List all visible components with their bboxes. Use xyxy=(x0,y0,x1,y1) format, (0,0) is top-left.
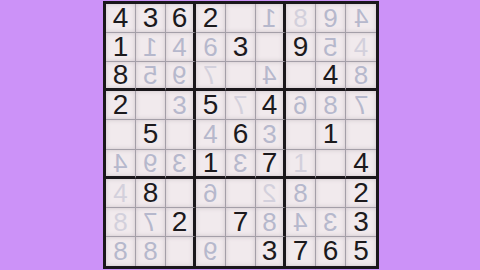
given-digit: 6 xyxy=(172,4,188,32)
cell-r9c3[interactable] xyxy=(166,237,196,266)
cell-r4c1[interactable]: 2 xyxy=(106,91,136,120)
ghost-bleedthrough-digit: 5 xyxy=(323,34,337,60)
cell-r7c7[interactable]: 8 xyxy=(286,179,316,208)
given-digit: 3 xyxy=(353,208,369,236)
ghost-bleedthrough-digit: 4 xyxy=(354,5,368,31)
cell-r5c8[interactable]: 1 xyxy=(316,120,346,149)
given-digit: 1 xyxy=(203,150,219,177)
ghost-bleedthrough-digit: 4 xyxy=(262,62,276,88)
given-digit: 1 xyxy=(113,33,129,61)
given-digit: 6 xyxy=(323,237,339,265)
cell-r4c8[interactable]: 8 xyxy=(316,91,346,120)
given-digit: 8 xyxy=(113,62,129,89)
cell-r3c4[interactable]: 7 xyxy=(196,62,226,91)
cell-r8c8[interactable]: 3 xyxy=(316,208,346,237)
ghost-bleedthrough-digit: 8 xyxy=(262,209,276,235)
ghost-bleedthrough-digit: 9 xyxy=(323,5,337,31)
ghost-bleedthrough-digit: 6 xyxy=(203,180,217,206)
cell-r6c6[interactable]: 7 xyxy=(256,150,286,179)
ghost-bleedthrough-digit: 5 xyxy=(143,62,157,88)
cell-r1c4[interactable]: 2 xyxy=(196,4,226,33)
cell-r6c4[interactable]: 1 xyxy=(196,150,226,179)
cell-r9c4[interactable]: 9 xyxy=(196,237,226,266)
cell-r5c3[interactable] xyxy=(166,120,196,149)
cell-r1c7[interactable]: 8 xyxy=(286,4,316,33)
ghost-bleedthrough-digit: 3 xyxy=(323,209,337,235)
ghost-bleedthrough-digit: 1 xyxy=(293,150,307,176)
cell-r6c9[interactable]: 4 xyxy=(346,150,376,179)
given-digit: 3 xyxy=(262,237,278,265)
ghost-bleedthrough-digit: 4 xyxy=(172,34,186,60)
cell-r4c4[interactable]: 5 xyxy=(196,91,226,120)
given-digit: 4 xyxy=(262,91,278,119)
cell-r1c3[interactable]: 6 xyxy=(166,4,196,33)
given-digit: 5 xyxy=(353,237,369,265)
ghost-bleedthrough-digit: 6 xyxy=(293,92,307,118)
ghost-bleedthrough-digit: 7 xyxy=(143,209,157,235)
ghost-bleedthrough-digit: 9 xyxy=(203,238,217,264)
cell-r2c2[interactable]: 1 xyxy=(136,33,166,62)
cell-r7c8[interactable] xyxy=(316,179,346,208)
cell-r2c8[interactable]: 5 xyxy=(316,33,346,62)
cell-r1c2[interactable]: 3 xyxy=(136,4,166,33)
background: 4362189411463954859744823574687546314931… xyxy=(0,0,480,270)
cell-r8c7[interactable]: 4 xyxy=(286,208,316,237)
cell-r9c2[interactable]: 8 xyxy=(136,237,166,266)
ghost-bleedthrough-digit: 8 xyxy=(293,5,307,31)
cell-r4c3[interactable]: 3 xyxy=(166,91,196,120)
ghost-bleedthrough-digit: 4 xyxy=(293,209,307,235)
given-digit: 7 xyxy=(293,237,309,265)
cell-r7c2[interactable]: 8 xyxy=(136,179,166,208)
ghost-bleedthrough-digit: 4 xyxy=(203,121,217,147)
cell-r8c9[interactable]: 3 xyxy=(346,208,376,237)
given-digit: 1 xyxy=(323,120,339,148)
cell-r1c8[interactable]: 9 xyxy=(316,4,346,33)
given-digit: 5 xyxy=(203,91,219,119)
cell-r3c8[interactable]: 4 xyxy=(316,62,346,91)
cell-r4c7[interactable]: 6 xyxy=(286,91,316,120)
cell-r2c9[interactable]: 4 xyxy=(346,33,376,62)
cell-r5c4[interactable]: 4 xyxy=(196,120,226,149)
cell-r2c5[interactable]: 3 xyxy=(226,33,256,62)
cell-r8c3[interactable]: 2 xyxy=(166,208,196,237)
cell-r9c7[interactable]: 7 xyxy=(286,237,316,266)
cell-r5c1[interactable] xyxy=(106,120,136,149)
ghost-bleedthrough-digit: 7 xyxy=(203,62,217,88)
cell-r2c3[interactable]: 4 xyxy=(166,33,196,62)
cell-r2c6[interactable] xyxy=(256,33,286,62)
ghost-bleedthrough-digit: 1 xyxy=(143,34,157,60)
given-digit: 7 xyxy=(262,150,278,177)
cell-r4c9[interactable]: 7 xyxy=(346,91,376,120)
cell-r9c9[interactable]: 5 xyxy=(346,237,376,266)
given-digit: 2 xyxy=(172,208,188,236)
given-digit: 2 xyxy=(113,91,129,119)
ghost-bleedthrough-digit: 8 xyxy=(293,180,307,206)
cell-r6c8[interactable] xyxy=(316,150,346,179)
cell-r6c1[interactable]: 4 xyxy=(106,150,136,179)
cell-r1c5[interactable] xyxy=(226,4,256,33)
cell-r1c1[interactable]: 4 xyxy=(106,4,136,33)
ghost-bleedthrough-digit: 8 xyxy=(354,62,368,88)
given-digit: 3 xyxy=(143,4,159,32)
given-digit: 2 xyxy=(353,179,369,207)
cell-r4c2[interactable] xyxy=(136,91,166,120)
cell-r5c2[interactable]: 5 xyxy=(136,120,166,149)
cell-r1c6[interactable]: 1 xyxy=(256,4,286,33)
ghost-bleedthrough-digit: 3 xyxy=(172,92,186,118)
cell-r7c1[interactable]: 4 xyxy=(106,179,136,208)
cell-r9c1[interactable]: 8 xyxy=(106,237,136,266)
cell-r3c3[interactable]: 9 xyxy=(166,62,196,91)
given-digit: 4 xyxy=(113,4,129,32)
cell-r8c4[interactable] xyxy=(196,208,226,237)
cell-r8c6[interactable]: 8 xyxy=(256,208,286,237)
cell-r3c2[interactable]: 5 xyxy=(136,62,166,91)
cell-r6c5[interactable]: 3 xyxy=(226,150,256,179)
given-digit: 4 xyxy=(323,62,339,89)
ghost-bleedthrough-digit: 8 xyxy=(113,238,127,264)
cell-r2c4[interactable]: 6 xyxy=(196,33,226,62)
cell-r8c1[interactable]: 8 xyxy=(106,208,136,237)
ghost-bleedthrough-digit: 8 xyxy=(143,238,157,264)
given-digit: 2 xyxy=(203,4,219,32)
sudoku-board: 4362189411463954859744823574687546314931… xyxy=(103,1,379,269)
cell-r3c6[interactable]: 4 xyxy=(256,62,286,91)
cell-r6c2[interactable]: 9 xyxy=(136,150,166,179)
cell-r7c4[interactable]: 6 xyxy=(196,179,226,208)
cell-r9c8[interactable]: 6 xyxy=(316,237,346,266)
ghost-bleedthrough-digit: 2 xyxy=(262,180,276,206)
cell-r8c5[interactable]: 7 xyxy=(226,208,256,237)
ghost-bleedthrough-digit: 9 xyxy=(172,62,186,88)
cell-r5c5[interactable]: 6 xyxy=(226,120,256,149)
cell-r7c9[interactable]: 2 xyxy=(346,179,376,208)
cell-r2c1[interactable]: 1 xyxy=(106,33,136,62)
cell-r5c7[interactable] xyxy=(286,120,316,149)
cell-r7c3[interactable] xyxy=(166,179,196,208)
given-digit: 4 xyxy=(353,150,369,177)
ghost-bleedthrough-digit: 3 xyxy=(262,121,276,147)
given-digit: 6 xyxy=(233,120,249,148)
cell-r6c7[interactable]: 1 xyxy=(286,150,316,179)
ghost-bleedthrough-digit: 7 xyxy=(354,92,368,118)
cell-r5c6[interactable]: 3 xyxy=(256,120,286,149)
cell-r2c7[interactable]: 9 xyxy=(286,33,316,62)
given-digit: 7 xyxy=(233,208,249,236)
cell-r3c5[interactable] xyxy=(226,62,256,91)
cell-r4c6[interactable]: 4 xyxy=(256,91,286,120)
cell-r3c7[interactable] xyxy=(286,62,316,91)
ghost-bleedthrough-digit: 3 xyxy=(172,150,186,176)
cell-r6c3[interactable]: 3 xyxy=(166,150,196,179)
ghost-bleedthrough-digit: 3 xyxy=(233,150,247,176)
given-digit: 3 xyxy=(233,33,249,61)
ghost-bleedthrough-digit: 4 xyxy=(113,180,127,206)
cell-r9c5[interactable] xyxy=(226,237,256,266)
cell-r8c2[interactable]: 7 xyxy=(136,208,166,237)
cell-r7c5[interactable] xyxy=(226,179,256,208)
cell-r3c9[interactable]: 8 xyxy=(346,62,376,91)
ghost-bleedthrough-digit: 4 xyxy=(354,34,368,60)
cell-r5c9[interactable] xyxy=(346,120,376,149)
given-digit: 9 xyxy=(293,33,309,61)
ghost-bleedthrough-digit: 8 xyxy=(323,92,337,118)
ghost-bleedthrough-digit: 8 xyxy=(113,209,127,235)
ghost-bleedthrough-digit: 7 xyxy=(233,92,247,118)
given-digit: 8 xyxy=(143,179,159,207)
ghost-bleedthrough-digit: 6 xyxy=(203,34,217,60)
cell-r7c6[interactable]: 2 xyxy=(256,179,286,208)
ghost-bleedthrough-digit: 1 xyxy=(262,5,276,31)
cell-r3c1[interactable]: 8 xyxy=(106,62,136,91)
cell-r9c6[interactable]: 3 xyxy=(256,237,286,266)
ghost-bleedthrough-digit: 9 xyxy=(143,150,157,176)
cell-r4c5[interactable]: 7 xyxy=(226,91,256,120)
ghost-bleedthrough-digit: 4 xyxy=(113,150,127,176)
cell-r1c9[interactable]: 4 xyxy=(346,4,376,33)
given-digit: 5 xyxy=(143,120,159,148)
